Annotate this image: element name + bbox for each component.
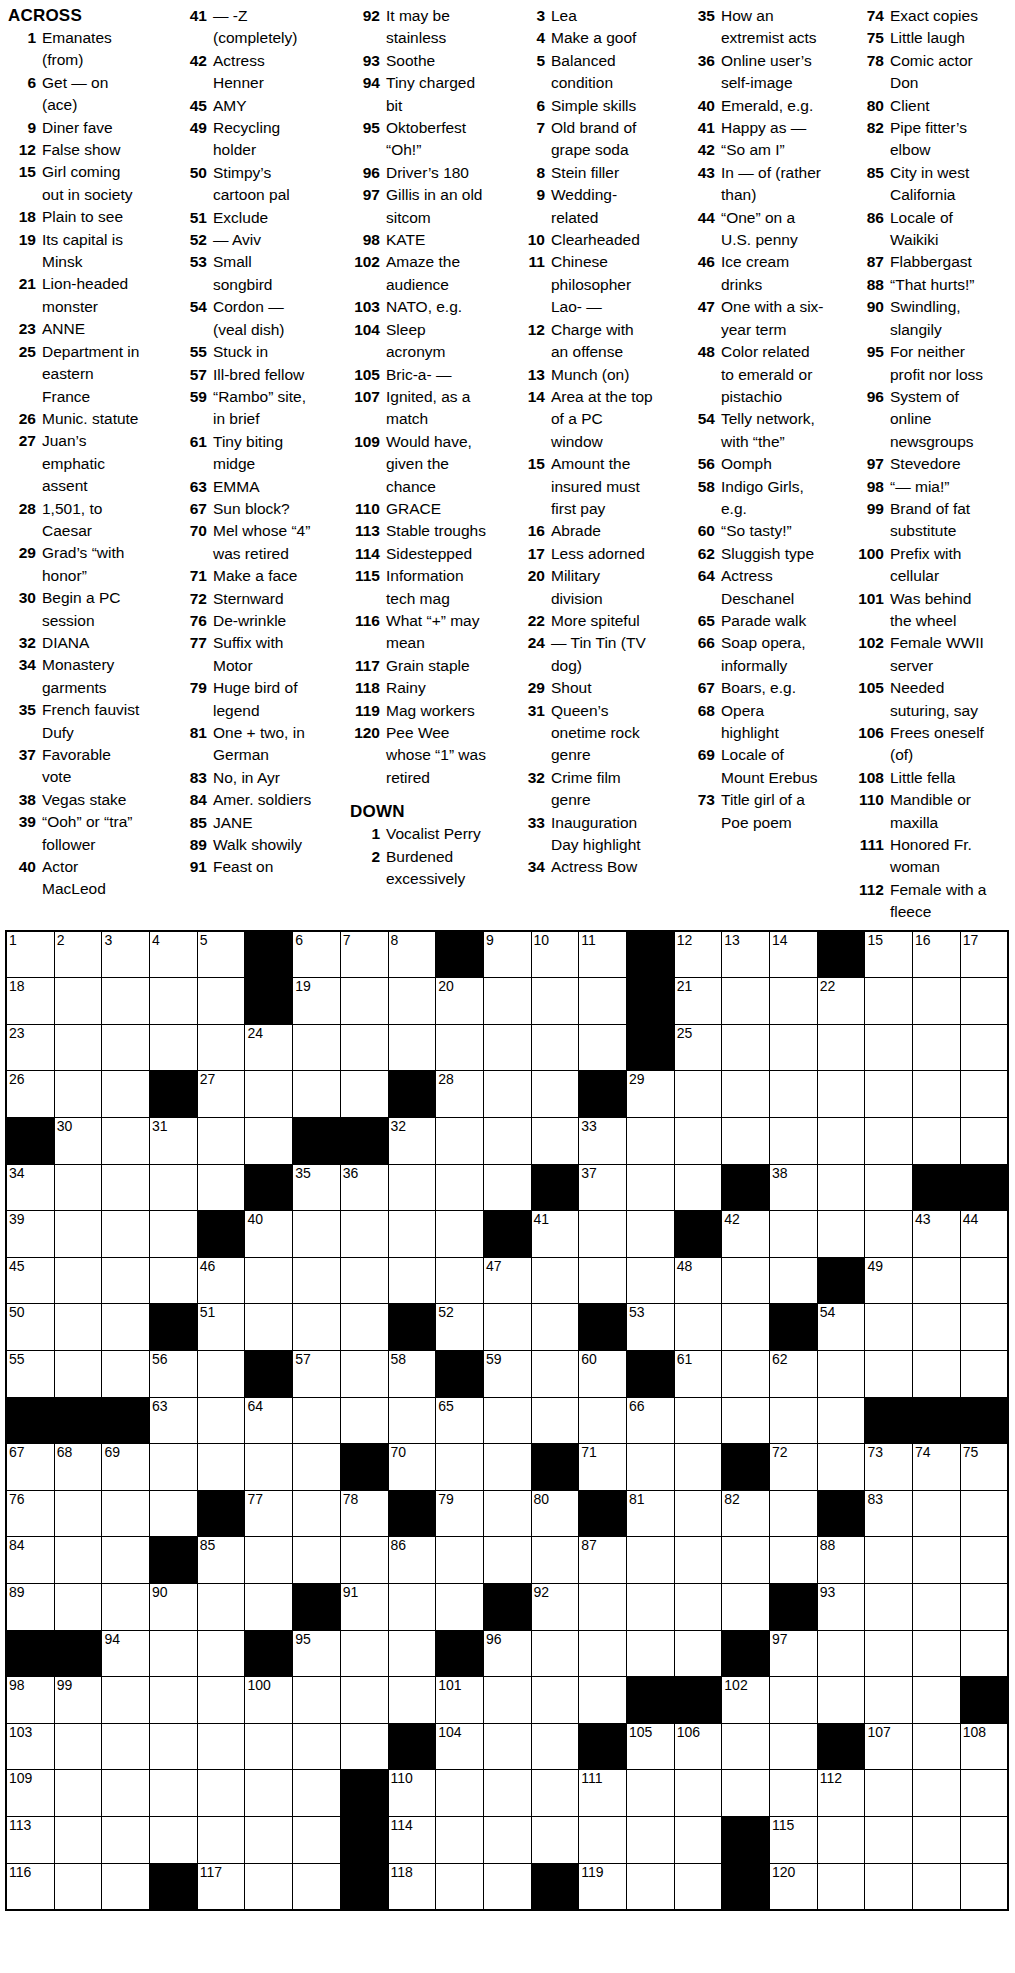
- cell-r1c1[interactable]: 1: [7, 932, 54, 978]
- cell-r8c15[interactable]: 48: [675, 1258, 722, 1304]
- cell-r17c11[interactable]: [484, 1677, 531, 1723]
- cell-r4c8[interactable]: [341, 1071, 388, 1117]
- cell-r2c2[interactable]: [55, 978, 102, 1024]
- cell-r5c10[interactable]: [436, 1118, 483, 1164]
- cell-r5c16[interactable]: [722, 1118, 769, 1164]
- cell-r12c3[interactable]: 69: [102, 1444, 149, 1490]
- cell-r20c5[interactable]: [198, 1817, 245, 1863]
- cell-r13c11[interactable]: [484, 1491, 531, 1537]
- cell-r7c8[interactable]: [341, 1211, 388, 1257]
- cell-r20c19[interactable]: [865, 1817, 912, 1863]
- cell-r15c18[interactable]: 93: [818, 1584, 865, 1630]
- cell-r18c11[interactable]: [484, 1724, 531, 1770]
- cell-r10c3[interactable]: [102, 1351, 149, 1397]
- cell-r17c20[interactable]: [913, 1677, 960, 1723]
- cell-r6c7[interactable]: 35: [293, 1165, 340, 1211]
- cell-r21c18[interactable]: [818, 1864, 865, 1910]
- cell-r19c7[interactable]: [293, 1770, 340, 1816]
- cell-r5c15[interactable]: [675, 1118, 722, 1164]
- cell-r9c10[interactable]: 52: [436, 1304, 483, 1350]
- cell-r14c3[interactable]: [102, 1537, 149, 1583]
- cell-r20c3[interactable]: [102, 1817, 149, 1863]
- cell-r17c5[interactable]: [198, 1677, 245, 1723]
- cell-r10c12[interactable]: [532, 1351, 579, 1397]
- cell-r9c19[interactable]: [865, 1304, 912, 1350]
- cell-r20c20[interactable]: [913, 1817, 960, 1863]
- cell-r4c7[interactable]: [293, 1071, 340, 1117]
- cell-r5c19[interactable]: [865, 1118, 912, 1164]
- cell-r11c12[interactable]: [532, 1398, 579, 1444]
- cell-r21c15[interactable]: [675, 1864, 722, 1910]
- cell-r6c10[interactable]: [436, 1165, 483, 1211]
- cell-r6c2[interactable]: [55, 1165, 102, 1211]
- cell-r11c17[interactable]: [770, 1398, 817, 1444]
- cell-r17c1[interactable]: 98: [7, 1677, 54, 1723]
- cell-r15c10[interactable]: [436, 1584, 483, 1630]
- cell-r19c2[interactable]: [55, 1770, 102, 1816]
- cell-r11c5[interactable]: [198, 1398, 245, 1444]
- cell-r2c3[interactable]: [102, 978, 149, 1024]
- cell-r18c5[interactable]: [198, 1724, 245, 1770]
- cell-r8c2[interactable]: [55, 1258, 102, 1304]
- cell-r13c4[interactable]: [150, 1491, 197, 1537]
- cell-r2c7[interactable]: 19: [293, 978, 340, 1024]
- cell-r9c14[interactable]: 53: [627, 1304, 674, 1350]
- cell-r10c5[interactable]: [198, 1351, 245, 1397]
- cell-r20c9[interactable]: 114: [389, 1817, 436, 1863]
- cell-r14c18[interactable]: 88: [818, 1537, 865, 1583]
- cell-r2c18[interactable]: 22: [818, 978, 865, 1024]
- cell-r9c15[interactable]: [675, 1304, 722, 1350]
- cell-r17c12[interactable]: [532, 1677, 579, 1723]
- cell-r10c17[interactable]: 62: [770, 1351, 817, 1397]
- cell-r15c3[interactable]: [102, 1584, 149, 1630]
- cell-r9c3[interactable]: [102, 1304, 149, 1350]
- cell-r2c13[interactable]: [579, 978, 626, 1024]
- cell-r9c5[interactable]: 51: [198, 1304, 245, 1350]
- cell-r5c6[interactable]: [245, 1118, 292, 1164]
- cell-r3c15[interactable]: 25: [675, 1025, 722, 1071]
- cell-r5c11[interactable]: [484, 1118, 531, 1164]
- cell-r6c9[interactable]: [389, 1165, 436, 1211]
- cell-r10c1[interactable]: 55: [7, 1351, 54, 1397]
- cell-r14c10[interactable]: [436, 1537, 483, 1583]
- cell-r17c10[interactable]: 101: [436, 1677, 483, 1723]
- cell-r19c11[interactable]: [484, 1770, 531, 1816]
- cell-r3c7[interactable]: [293, 1025, 340, 1071]
- cell-r6c5[interactable]: [198, 1165, 245, 1211]
- cell-r1c3[interactable]: 3: [102, 932, 149, 978]
- cell-r19c19[interactable]: [865, 1770, 912, 1816]
- cell-r2c8[interactable]: [341, 978, 388, 1024]
- cell-r8c14[interactable]: [627, 1258, 674, 1304]
- cell-r17c16[interactable]: 102: [722, 1677, 769, 1723]
- cell-r18c16[interactable]: [722, 1724, 769, 1770]
- cell-r3c1[interactable]: 23: [7, 1025, 54, 1071]
- cell-r21c5[interactable]: 117: [198, 1864, 245, 1910]
- cell-r20c11[interactable]: [484, 1817, 531, 1863]
- cell-r19c13[interactable]: 111: [579, 1770, 626, 1816]
- cell-r12c9[interactable]: 70: [389, 1444, 436, 1490]
- cell-r13c12[interactable]: 80: [532, 1491, 579, 1537]
- cell-r17c18[interactable]: [818, 1677, 865, 1723]
- cell-r12c15[interactable]: [675, 1444, 722, 1490]
- cell-r16c7[interactable]: 95: [293, 1631, 340, 1677]
- cell-r5c9[interactable]: 32: [389, 1118, 436, 1164]
- cell-r19c21[interactable]: [961, 1770, 1008, 1816]
- cell-r20c6[interactable]: [245, 1817, 292, 1863]
- cell-r18c10[interactable]: 104: [436, 1724, 483, 1770]
- cell-r16c21[interactable]: [961, 1631, 1008, 1677]
- cell-r14c8[interactable]: [341, 1537, 388, 1583]
- cell-r4c5[interactable]: 27: [198, 1071, 245, 1117]
- cell-r17c9[interactable]: [389, 1677, 436, 1723]
- cell-r1c4[interactable]: 4: [150, 932, 197, 978]
- cell-r20c18[interactable]: [818, 1817, 865, 1863]
- cell-r8c12[interactable]: [532, 1258, 579, 1304]
- cell-r2c11[interactable]: [484, 978, 531, 1024]
- cell-r3c5[interactable]: [198, 1025, 245, 1071]
- cell-r4c17[interactable]: [770, 1071, 817, 1117]
- cell-r8c1[interactable]: 45: [7, 1258, 54, 1304]
- cell-r5c18[interactable]: [818, 1118, 865, 1164]
- cell-r7c19[interactable]: [865, 1211, 912, 1257]
- cell-r12c6[interactable]: [245, 1444, 292, 1490]
- cell-r7c4[interactable]: [150, 1211, 197, 1257]
- cell-r13c14[interactable]: 81: [627, 1491, 674, 1537]
- cell-r21c6[interactable]: [245, 1864, 292, 1910]
- cell-r14c16[interactable]: [722, 1537, 769, 1583]
- cell-r20c21[interactable]: [961, 1817, 1008, 1863]
- cell-r13c16[interactable]: 82: [722, 1491, 769, 1537]
- cell-r7c18[interactable]: [818, 1211, 865, 1257]
- cell-r5c21[interactable]: [961, 1118, 1008, 1164]
- cell-r6c15[interactable]: [675, 1165, 722, 1211]
- cell-r1c8[interactable]: 7: [341, 932, 388, 978]
- cell-r16c14[interactable]: [627, 1631, 674, 1677]
- cell-r13c6[interactable]: 77: [245, 1491, 292, 1537]
- cell-r10c7[interactable]: 57: [293, 1351, 340, 1397]
- cell-r20c15[interactable]: [675, 1817, 722, 1863]
- cell-r11c4[interactable]: 63: [150, 1398, 197, 1444]
- cell-r1c2[interactable]: 2: [55, 932, 102, 978]
- cell-r13c7[interactable]: [293, 1491, 340, 1537]
- cell-r6c17[interactable]: 38: [770, 1165, 817, 1211]
- cell-r3c17[interactable]: [770, 1025, 817, 1071]
- cell-r19c12[interactable]: [532, 1770, 579, 1816]
- cell-r6c8[interactable]: 36: [341, 1165, 388, 1211]
- cell-r20c17[interactable]: 115: [770, 1817, 817, 1863]
- cell-r10c15[interactable]: 61: [675, 1351, 722, 1397]
- cell-r3c18[interactable]: [818, 1025, 865, 1071]
- cell-r8c7[interactable]: [293, 1258, 340, 1304]
- cell-r13c2[interactable]: [55, 1491, 102, 1537]
- cell-r13c1[interactable]: 76: [7, 1491, 54, 1537]
- cell-r18c12[interactable]: [532, 1724, 579, 1770]
- cell-r19c18[interactable]: 112: [818, 1770, 865, 1816]
- cell-r9c18[interactable]: 54: [818, 1304, 865, 1350]
- cell-r14c11[interactable]: [484, 1537, 531, 1583]
- cell-r4c16[interactable]: [722, 1071, 769, 1117]
- cell-r3c9[interactable]: [389, 1025, 436, 1071]
- cell-r3c20[interactable]: [913, 1025, 960, 1071]
- cell-r3c2[interactable]: [55, 1025, 102, 1071]
- cell-r13c20[interactable]: [913, 1491, 960, 1537]
- cell-r19c16[interactable]: [722, 1770, 769, 1816]
- cell-r21c1[interactable]: 116: [7, 1864, 54, 1910]
- cell-r5c12[interactable]: [532, 1118, 579, 1164]
- cell-r13c21[interactable]: [961, 1491, 1008, 1537]
- cell-r12c17[interactable]: 72: [770, 1444, 817, 1490]
- cell-r7c9[interactable]: [389, 1211, 436, 1257]
- cell-r10c13[interactable]: 60: [579, 1351, 626, 1397]
- cell-r11c15[interactable]: [675, 1398, 722, 1444]
- cell-r11c18[interactable]: [818, 1398, 865, 1444]
- cell-r21c3[interactable]: [102, 1864, 149, 1910]
- cell-r12c14[interactable]: [627, 1444, 674, 1490]
- cell-r9c1[interactable]: 50: [7, 1304, 54, 1350]
- cell-r18c19[interactable]: 107: [865, 1724, 912, 1770]
- cell-r1c5[interactable]: 5: [198, 932, 245, 978]
- cell-r8c10[interactable]: [436, 1258, 483, 1304]
- cell-r21c13[interactable]: 119: [579, 1864, 626, 1910]
- cell-r4c18[interactable]: [818, 1071, 865, 1117]
- cell-r2c15[interactable]: 21: [675, 978, 722, 1024]
- cell-r21c19[interactable]: [865, 1864, 912, 1910]
- cell-r13c15[interactable]: [675, 1491, 722, 1537]
- cell-r4c12[interactable]: [532, 1071, 579, 1117]
- cell-r7c6[interactable]: 40: [245, 1211, 292, 1257]
- cell-r6c4[interactable]: [150, 1165, 197, 1211]
- cell-r5c14[interactable]: [627, 1118, 674, 1164]
- cell-r20c1[interactable]: 113: [7, 1817, 54, 1863]
- cell-r5c2[interactable]: 30: [55, 1118, 102, 1164]
- cell-r6c1[interactable]: 34: [7, 1165, 54, 1211]
- cell-r5c20[interactable]: [913, 1118, 960, 1164]
- cell-r8c8[interactable]: [341, 1258, 388, 1304]
- cell-r17c4[interactable]: [150, 1677, 197, 1723]
- cell-r12c13[interactable]: 71: [579, 1444, 626, 1490]
- cell-r1c11[interactable]: 9: [484, 932, 531, 978]
- cell-r4c19[interactable]: [865, 1071, 912, 1117]
- cell-r3c13[interactable]: [579, 1025, 626, 1071]
- cell-r17c8[interactable]: [341, 1677, 388, 1723]
- cell-r17c6[interactable]: 100: [245, 1677, 292, 1723]
- cell-r19c10[interactable]: [436, 1770, 483, 1816]
- cell-r10c2[interactable]: [55, 1351, 102, 1397]
- cell-r12c5[interactable]: [198, 1444, 245, 1490]
- cell-r2c12[interactable]: [532, 978, 579, 1024]
- cell-r12c10[interactable]: [436, 1444, 483, 1490]
- cell-r1c9[interactable]: 8: [389, 932, 436, 978]
- cell-r16c11[interactable]: 96: [484, 1631, 531, 1677]
- cell-r12c2[interactable]: 68: [55, 1444, 102, 1490]
- cell-r9c7[interactable]: [293, 1304, 340, 1350]
- cell-r13c10[interactable]: 79: [436, 1491, 483, 1537]
- cell-r19c20[interactable]: [913, 1770, 960, 1816]
- cell-r3c21[interactable]: [961, 1025, 1008, 1071]
- cell-r8c19[interactable]: 49: [865, 1258, 912, 1304]
- cell-r18c7[interactable]: [293, 1724, 340, 1770]
- cell-r21c10[interactable]: [436, 1864, 483, 1910]
- cell-r6c13[interactable]: 37: [579, 1165, 626, 1211]
- cell-r10c4[interactable]: 56: [150, 1351, 197, 1397]
- cell-r19c3[interactable]: [102, 1770, 149, 1816]
- cell-r13c8[interactable]: 78: [341, 1491, 388, 1537]
- cell-r9c20[interactable]: [913, 1304, 960, 1350]
- cell-r7c10[interactable]: [436, 1211, 483, 1257]
- cell-r20c12[interactable]: [532, 1817, 579, 1863]
- cell-r21c7[interactable]: [293, 1864, 340, 1910]
- cell-r16c8[interactable]: [341, 1631, 388, 1677]
- cell-r10c9[interactable]: 58: [389, 1351, 436, 1397]
- cell-r20c2[interactable]: [55, 1817, 102, 1863]
- cell-r1c7[interactable]: 6: [293, 932, 340, 978]
- cell-r10c20[interactable]: [913, 1351, 960, 1397]
- cell-r14c21[interactable]: [961, 1537, 1008, 1583]
- cell-r19c15[interactable]: [675, 1770, 722, 1816]
- cell-r4c20[interactable]: [913, 1071, 960, 1117]
- cell-r15c14[interactable]: [627, 1584, 674, 1630]
- cell-r20c13[interactable]: [579, 1817, 626, 1863]
- cell-r16c19[interactable]: [865, 1631, 912, 1677]
- cell-r2c1[interactable]: 18: [7, 978, 54, 1024]
- cell-r11c11[interactable]: [484, 1398, 531, 1444]
- cell-r9c2[interactable]: [55, 1304, 102, 1350]
- cell-r3c3[interactable]: [102, 1025, 149, 1071]
- cell-r2c4[interactable]: [150, 978, 197, 1024]
- cell-r16c15[interactable]: [675, 1631, 722, 1677]
- cell-r21c20[interactable]: [913, 1864, 960, 1910]
- cell-r19c9[interactable]: 110: [389, 1770, 436, 1816]
- cell-r13c17[interactable]: [770, 1491, 817, 1537]
- cell-r14c19[interactable]: [865, 1537, 912, 1583]
- cell-r7c16[interactable]: 42: [722, 1211, 769, 1257]
- cell-r14c12[interactable]: [532, 1537, 579, 1583]
- cell-r14c14[interactable]: [627, 1537, 674, 1583]
- cell-r2c17[interactable]: [770, 978, 817, 1024]
- cell-r3c8[interactable]: [341, 1025, 388, 1071]
- cell-r12c11[interactable]: [484, 1444, 531, 1490]
- cell-r12c21[interactable]: 75: [961, 1444, 1008, 1490]
- cell-r21c9[interactable]: 118: [389, 1864, 436, 1910]
- cell-r19c5[interactable]: [198, 1770, 245, 1816]
- cell-r18c3[interactable]: [102, 1724, 149, 1770]
- cell-r6c19[interactable]: [865, 1165, 912, 1211]
- cell-r5c3[interactable]: [102, 1118, 149, 1164]
- cell-r3c19[interactable]: [865, 1025, 912, 1071]
- cell-r19c14[interactable]: [627, 1770, 674, 1816]
- cell-r19c1[interactable]: 109: [7, 1770, 54, 1816]
- cell-r4c3[interactable]: [102, 1071, 149, 1117]
- cell-r12c4[interactable]: [150, 1444, 197, 1490]
- cell-r19c17[interactable]: [770, 1770, 817, 1816]
- cell-r16c13[interactable]: [579, 1631, 626, 1677]
- cell-r3c10[interactable]: [436, 1025, 483, 1071]
- cell-r7c3[interactable]: [102, 1211, 149, 1257]
- cell-r14c17[interactable]: [770, 1537, 817, 1583]
- cell-r17c19[interactable]: [865, 1677, 912, 1723]
- cell-r4c2[interactable]: [55, 1071, 102, 1117]
- cell-r1c12[interactable]: 10: [532, 932, 579, 978]
- cell-r7c12[interactable]: 41: [532, 1211, 579, 1257]
- cell-r11c9[interactable]: [389, 1398, 436, 1444]
- cell-r8c5[interactable]: 46: [198, 1258, 245, 1304]
- cell-r17c3[interactable]: [102, 1677, 149, 1723]
- cell-r12c1[interactable]: 67: [7, 1444, 54, 1490]
- cell-r8c11[interactable]: 47: [484, 1258, 531, 1304]
- cell-r8c9[interactable]: [389, 1258, 436, 1304]
- cell-r7c20[interactable]: 43: [913, 1211, 960, 1257]
- cell-r14c6[interactable]: [245, 1537, 292, 1583]
- cell-r18c21[interactable]: 108: [961, 1724, 1008, 1770]
- cell-r9c16[interactable]: [722, 1304, 769, 1350]
- cell-r15c13[interactable]: [579, 1584, 626, 1630]
- cell-r7c7[interactable]: [293, 1211, 340, 1257]
- cell-r17c7[interactable]: [293, 1677, 340, 1723]
- cell-r20c7[interactable]: [293, 1817, 340, 1863]
- cell-r15c12[interactable]: 92: [532, 1584, 579, 1630]
- cell-r15c21[interactable]: [961, 1584, 1008, 1630]
- cell-r2c21[interactable]: [961, 978, 1008, 1024]
- cell-r19c6[interactable]: [245, 1770, 292, 1816]
- cell-r1c21[interactable]: 17: [961, 932, 1008, 978]
- cell-r21c17[interactable]: 120: [770, 1864, 817, 1910]
- cell-r16c5[interactable]: [198, 1631, 245, 1677]
- cell-r1c19[interactable]: 15: [865, 932, 912, 978]
- cell-r15c4[interactable]: 90: [150, 1584, 197, 1630]
- cell-r6c18[interactable]: [818, 1165, 865, 1211]
- cell-r17c13[interactable]: [579, 1677, 626, 1723]
- cell-r14c20[interactable]: [913, 1537, 960, 1583]
- cell-r8c21[interactable]: [961, 1258, 1008, 1304]
- cell-r17c17[interactable]: [770, 1677, 817, 1723]
- cell-r16c20[interactable]: [913, 1631, 960, 1677]
- cell-r3c16[interactable]: [722, 1025, 769, 1071]
- cell-r16c9[interactable]: [389, 1631, 436, 1677]
- cell-r2c10[interactable]: 20: [436, 978, 483, 1024]
- cell-r21c21[interactable]: [961, 1864, 1008, 1910]
- cell-r2c16[interactable]: [722, 978, 769, 1024]
- cell-r4c21[interactable]: [961, 1071, 1008, 1117]
- cell-r7c14[interactable]: [627, 1211, 674, 1257]
- cell-r8c4[interactable]: [150, 1258, 197, 1304]
- cell-r18c14[interactable]: 105: [627, 1724, 674, 1770]
- cell-r13c3[interactable]: [102, 1491, 149, 1537]
- cell-r12c19[interactable]: 73: [865, 1444, 912, 1490]
- cell-r1c20[interactable]: 16: [913, 932, 960, 978]
- cell-r15c5[interactable]: [198, 1584, 245, 1630]
- cell-r18c8[interactable]: [341, 1724, 388, 1770]
- cell-r14c7[interactable]: [293, 1537, 340, 1583]
- cell-r12c18[interactable]: [818, 1444, 865, 1490]
- cell-r10c21[interactable]: [961, 1351, 1008, 1397]
- cell-r11c7[interactable]: [293, 1398, 340, 1444]
- cell-r9c8[interactable]: [341, 1304, 388, 1350]
- cell-r5c13[interactable]: 33: [579, 1118, 626, 1164]
- cell-r10c16[interactable]: [722, 1351, 769, 1397]
- cell-r15c19[interactable]: [865, 1584, 912, 1630]
- cell-r16c17[interactable]: 97: [770, 1631, 817, 1677]
- cell-r4c10[interactable]: 28: [436, 1071, 483, 1117]
- cell-r2c20[interactable]: [913, 978, 960, 1024]
- cell-r10c19[interactable]: [865, 1351, 912, 1397]
- cell-r1c13[interactable]: 11: [579, 932, 626, 978]
- cell-r18c1[interactable]: 103: [7, 1724, 54, 1770]
- cell-r3c11[interactable]: [484, 1025, 531, 1071]
- cell-r6c3[interactable]: [102, 1165, 149, 1211]
- cell-r20c14[interactable]: [627, 1817, 674, 1863]
